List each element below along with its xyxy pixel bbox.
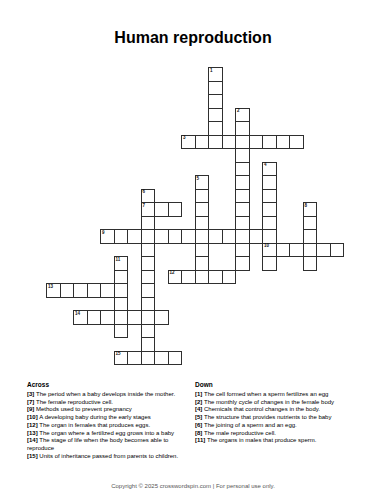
grid-cell[interactable] bbox=[262, 202, 277, 217]
grid-cell[interactable] bbox=[141, 351, 156, 366]
clue-number: [4] bbox=[195, 406, 204, 412]
down-clue-list: [1] The cell formed when a sperm fertili… bbox=[195, 391, 379, 445]
clue-number: [8] bbox=[195, 430, 204, 436]
grid-cell[interactable]: 4 bbox=[262, 162, 277, 177]
grid-cell[interactable] bbox=[154, 310, 169, 325]
grid-cell[interactable] bbox=[127, 310, 142, 325]
grid-cell[interactable] bbox=[276, 135, 291, 150]
clue-item: [11] The organs in males that produce sp… bbox=[195, 437, 379, 445]
grid-cell[interactable] bbox=[289, 243, 304, 258]
grid-cell[interactable] bbox=[141, 243, 156, 258]
clue-item: [3] The period when a baby develops insi… bbox=[27, 391, 197, 399]
clue-number: [6] bbox=[195, 422, 204, 428]
cell-number: 7 bbox=[143, 204, 146, 209]
clue-item: [9] Methods used to prevent pregnancy bbox=[27, 406, 197, 414]
clue-text: The stage of life when the body becomes … bbox=[27, 437, 168, 451]
grid-cell[interactable] bbox=[262, 216, 277, 231]
clue-item: [12] The organ in females that produces … bbox=[27, 422, 197, 430]
grid-cell[interactable] bbox=[181, 270, 196, 285]
grid-cell[interactable] bbox=[235, 175, 250, 190]
grid-cell[interactable]: 15 bbox=[114, 351, 129, 366]
cell-number: 8 bbox=[305, 204, 308, 209]
cell-number: 15 bbox=[116, 352, 121, 357]
cell-number: 13 bbox=[48, 285, 53, 290]
clue-item: [2] The monthly cycle of changes in the … bbox=[195, 399, 379, 407]
clue-item: [1] The cell formed when a sperm fertili… bbox=[195, 391, 379, 399]
grid-cell[interactable] bbox=[87, 310, 102, 325]
clue-text: A developing baby during the early stage… bbox=[39, 414, 150, 420]
clue-text: Methods used to prevent pregnancy bbox=[36, 406, 132, 412]
clue-item: [4] Chemicals that control changes in th… bbox=[195, 406, 379, 414]
clue-item: [10] A developing baby during the early … bbox=[27, 414, 197, 422]
grid-cell[interactable] bbox=[127, 229, 142, 244]
clue-item: [5] The structure that provides nutrient… bbox=[195, 414, 379, 422]
grid-cell[interactable] bbox=[154, 229, 169, 244]
grid-cell[interactable] bbox=[316, 243, 331, 258]
grid-cell[interactable] bbox=[154, 202, 169, 217]
clue-text: Units of inheritance passed from parents… bbox=[39, 453, 178, 459]
grid-cell[interactable] bbox=[114, 310, 129, 325]
clue-number: [1] bbox=[195, 391, 204, 397]
across-clue-list: [3] The period when a baby develops insi… bbox=[27, 391, 197, 460]
grid-cell[interactable] bbox=[100, 283, 115, 298]
cell-number: 4 bbox=[264, 163, 267, 168]
clue-number: [10] bbox=[27, 414, 39, 420]
grid-cell[interactable] bbox=[208, 108, 223, 123]
clue-text: The monthly cycle of changes in the fema… bbox=[204, 399, 334, 405]
clue-text: The period when a baby develops inside t… bbox=[36, 391, 175, 397]
cell-number: 12 bbox=[170, 271, 175, 276]
grid-cell[interactable] bbox=[235, 243, 250, 258]
grid-cell[interactable] bbox=[168, 351, 183, 366]
clue-number: [3] bbox=[27, 391, 36, 397]
grid-cell[interactable] bbox=[303, 243, 318, 258]
crossword-grid: 123456789101112131415 bbox=[46, 67, 344, 365]
down-header: Down bbox=[195, 381, 379, 388]
cell-number: 6 bbox=[143, 190, 146, 195]
grid-cell[interactable] bbox=[114, 283, 129, 298]
clue-text: The male reproductive cell. bbox=[204, 430, 276, 436]
grid-cell[interactable]: 12 bbox=[168, 270, 183, 285]
cell-number: 3 bbox=[183, 136, 186, 141]
grid-cell[interactable] bbox=[141, 310, 156, 325]
clue-text: The cell formed when a sperm fertilizes … bbox=[204, 391, 328, 397]
clue-number: [15] bbox=[27, 453, 39, 459]
grid-cell[interactable] bbox=[235, 148, 250, 163]
grid-cell[interactable]: 8 bbox=[303, 202, 318, 217]
cell-number: 5 bbox=[197, 177, 200, 182]
grid-cell[interactable]: 1 bbox=[208, 67, 223, 82]
clue-item: [15] Units of inheritance passed from pa… bbox=[27, 453, 197, 461]
grid-cell[interactable] bbox=[100, 310, 115, 325]
grid-cell[interactable] bbox=[303, 216, 318, 231]
puzzle-page: Human reproduction 123456789101112131415… bbox=[0, 0, 386, 500]
grid-cell[interactable] bbox=[208, 81, 223, 96]
clue-text: The organ where a fertilized egg grows i… bbox=[39, 430, 174, 436]
clue-number: [5] bbox=[195, 414, 204, 420]
grid-cell[interactable] bbox=[195, 270, 210, 285]
grid-cell[interactable] bbox=[141, 216, 156, 231]
down-clues-section: Down [1] The cell formed when a sperm fe… bbox=[195, 381, 379, 445]
grid-cell[interactable] bbox=[141, 229, 156, 244]
cell-number: 14 bbox=[75, 312, 80, 317]
grid-cell[interactable] bbox=[168, 202, 183, 217]
grid-cell[interactable] bbox=[222, 229, 237, 244]
grid-cell[interactable] bbox=[235, 189, 250, 204]
grid-cell[interactable] bbox=[235, 229, 250, 244]
grid-cell[interactable] bbox=[141, 297, 156, 312]
grid-cell[interactable] bbox=[114, 324, 129, 339]
grid-cell[interactable] bbox=[249, 229, 264, 244]
cell-number: 10 bbox=[264, 244, 269, 249]
grid-cell[interactable] bbox=[181, 229, 196, 244]
grid-cell[interactable] bbox=[276, 243, 291, 258]
grid-cell[interactable]: 13 bbox=[46, 283, 61, 298]
clue-number: [11] bbox=[195, 437, 207, 443]
grid-cell[interactable]: 7 bbox=[141, 202, 156, 217]
grid-cell[interactable] bbox=[195, 216, 210, 231]
grid-cell[interactable] bbox=[330, 243, 345, 258]
clue-number: [2] bbox=[195, 399, 204, 405]
grid-cell[interactable]: 6 bbox=[141, 189, 156, 204]
clue-text: The organs in males that produce sperm. bbox=[207, 437, 316, 443]
grid-cell[interactable] bbox=[114, 229, 129, 244]
grid-cell[interactable] bbox=[208, 121, 223, 136]
clue-text: The structure that provides nutrients to… bbox=[204, 414, 331, 420]
grid-cell[interactable] bbox=[141, 324, 156, 339]
grid-cell[interactable]: 10 bbox=[262, 243, 277, 258]
clue-item: [13] The organ where a fertilized egg gr… bbox=[27, 430, 197, 438]
cell-number: 11 bbox=[116, 258, 121, 263]
grid-cell[interactable] bbox=[235, 202, 250, 217]
grid-cell[interactable] bbox=[208, 135, 223, 150]
clue-item: [8] The male reproductive cell. bbox=[195, 430, 379, 438]
grid-cell[interactable] bbox=[195, 229, 210, 244]
grid-cell[interactable] bbox=[195, 202, 210, 217]
across-header: Across bbox=[27, 381, 197, 388]
clue-number: [14] bbox=[27, 437, 39, 443]
grid-cell[interactable] bbox=[127, 351, 142, 366]
grid-cell[interactable] bbox=[208, 270, 223, 285]
cell-number: 2 bbox=[237, 109, 240, 114]
cell-number: 9 bbox=[102, 231, 105, 236]
clue-text: The organ in females that produces eggs. bbox=[39, 422, 150, 428]
grid-cell[interactable] bbox=[235, 162, 250, 177]
grid-cell[interactable]: 9 bbox=[100, 229, 115, 244]
grid-cell[interactable] bbox=[141, 270, 156, 285]
grid-cell[interactable] bbox=[195, 135, 210, 150]
grid-cell[interactable] bbox=[235, 256, 250, 271]
grid-cell[interactable] bbox=[141, 256, 156, 271]
grid-cell[interactable] bbox=[60, 283, 75, 298]
grid-cell[interactable] bbox=[262, 229, 277, 244]
grid-cell[interactable]: 5 bbox=[195, 175, 210, 190]
grid-cell[interactable]: 11 bbox=[114, 256, 129, 271]
clue-number: [13] bbox=[27, 430, 39, 436]
grid-cell[interactable] bbox=[73, 283, 88, 298]
cell-number: 1 bbox=[210, 69, 213, 74]
grid-cell[interactable] bbox=[303, 256, 318, 271]
grid-cell[interactable] bbox=[195, 256, 210, 271]
grid-cell[interactable] bbox=[235, 216, 250, 231]
grid-cell[interactable] bbox=[303, 229, 318, 244]
clue-text: Chemicals that control changes in the bo… bbox=[204, 406, 320, 412]
grid-cell[interactable] bbox=[168, 229, 183, 244]
grid-cell[interactable]: 14 bbox=[73, 310, 88, 325]
across-clues-section: Across [3] The period when a baby develo… bbox=[27, 381, 197, 460]
clue-text: The joining of a sperm and an egg. bbox=[204, 422, 297, 428]
clue-item: [6] The joining of a sperm and an egg. bbox=[195, 422, 379, 430]
grid-cell[interactable] bbox=[195, 189, 210, 204]
grid-cell[interactable] bbox=[289, 135, 304, 150]
grid-cell[interactable] bbox=[262, 175, 277, 190]
clue-item: [7] The female reproductive cell. bbox=[27, 399, 197, 407]
grid-cell[interactable] bbox=[195, 243, 210, 258]
page-title: Human reproduction bbox=[0, 29, 386, 47]
grid-cell[interactable] bbox=[114, 270, 129, 285]
clue-number: [7] bbox=[27, 399, 36, 405]
grid-cell[interactable] bbox=[141, 283, 156, 298]
grid-cell[interactable] bbox=[154, 351, 169, 366]
clue-item: [14] The stage of life when the body bec… bbox=[27, 437, 197, 452]
grid-cell[interactable] bbox=[262, 256, 277, 271]
grid-cell[interactable] bbox=[222, 270, 237, 285]
grid-cell[interactable] bbox=[208, 229, 223, 244]
clue-text: The female reproductive cell. bbox=[36, 399, 113, 405]
grid-cell[interactable] bbox=[114, 297, 129, 312]
grid-cell[interactable] bbox=[141, 337, 156, 352]
grid-cell[interactable] bbox=[262, 189, 277, 204]
grid-cell[interactable] bbox=[262, 135, 277, 150]
grid-cell[interactable]: 3 bbox=[181, 135, 196, 150]
grid-cell[interactable] bbox=[87, 283, 102, 298]
grid-cell[interactable] bbox=[249, 135, 264, 150]
footer-copyright: Copyright © 2025 crosswordspin.com | For… bbox=[0, 483, 386, 489]
clue-number: [12] bbox=[27, 422, 39, 428]
grid-cell[interactable] bbox=[208, 94, 223, 109]
grid-cell[interactable] bbox=[235, 135, 250, 150]
grid-cell[interactable] bbox=[222, 135, 237, 150]
grid-cell[interactable]: 2 bbox=[235, 108, 250, 123]
clue-number: [9] bbox=[27, 406, 36, 412]
grid-cell[interactable] bbox=[235, 121, 250, 136]
